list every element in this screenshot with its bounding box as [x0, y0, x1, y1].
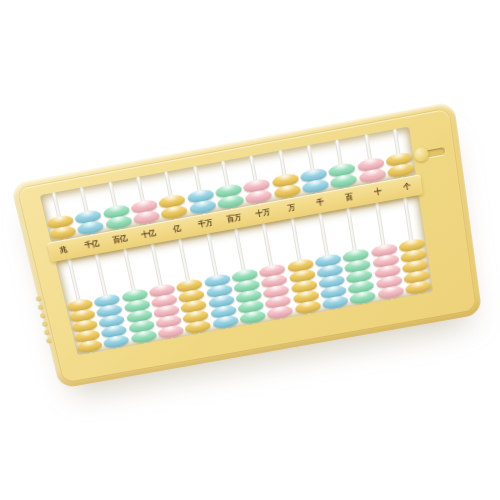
bead-stack-lower	[398, 238, 432, 295]
grip-ridge	[42, 321, 48, 326]
scene: 兆千亿百亿十亿亿千万百万十万万千百十个	[0, 0, 500, 500]
grip-ridge	[36, 296, 42, 301]
grip-ridge	[38, 304, 44, 309]
grip-ridge	[44, 330, 50, 335]
reset-slider-knob[interactable]	[413, 146, 429, 163]
board-frame: 兆千亿百亿十亿亿千万百万十万万千百十个	[10, 101, 482, 389]
abacus-board: 兆千亿百亿十亿亿千万百万十万万千百十个	[10, 101, 482, 389]
board-face: 兆千亿百亿十亿亿千万百万十万万千百十个	[18, 109, 476, 383]
grip-ridge	[40, 313, 46, 318]
grip-ridge	[46, 338, 52, 343]
reset-slider-slot	[417, 147, 445, 159]
rod-column-upper	[380, 126, 416, 180]
